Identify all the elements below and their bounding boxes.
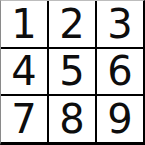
cell-r2c2: 5 bbox=[49, 49, 95, 95]
cell-r3c2: 8 bbox=[49, 96, 95, 142]
cell-r1c2: 2 bbox=[49, 1, 95, 47]
cell-r3c3: 9 bbox=[97, 96, 143, 142]
cell-r1c3: 3 bbox=[97, 1, 143, 47]
number-grid-board: 1 2 3 4 5 6 7 8 9 bbox=[0, 0, 145, 145]
cell-r1c1: 1 bbox=[1, 1, 47, 47]
cell-r2c1: 4 bbox=[1, 49, 47, 95]
cell-r2c3: 6 bbox=[97, 49, 143, 95]
cell-r3c1: 7 bbox=[1, 96, 47, 142]
